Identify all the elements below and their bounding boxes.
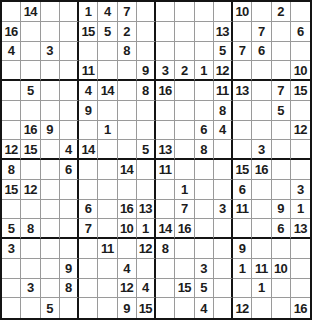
cell-r4c12: 12 (214, 61, 233, 81)
cell-r5c6: 14 (98, 81, 117, 101)
cell-r12c1: 5 (2, 219, 21, 239)
cell-r11c11[interactable] (195, 200, 214, 220)
cell-r16c11: 4 (195, 298, 214, 318)
cell-r5c8: 8 (137, 81, 156, 101)
cell-r14c16[interactable] (291, 259, 310, 279)
cell-r5c2: 5 (21, 81, 40, 101)
cell-r1c1[interactable] (2, 2, 21, 22)
cell-r12c16: 13 (291, 219, 310, 239)
cell-r12c15: 6 (272, 219, 291, 239)
cell-r4c5: 11 (79, 61, 98, 81)
cell-r5c7[interactable] (118, 81, 137, 101)
cell-r5c10[interactable] (175, 81, 194, 101)
cell-r10c3[interactable] (41, 180, 60, 200)
cell-r14c8[interactable] (137, 259, 156, 279)
cell-r14c5[interactable] (79, 259, 98, 279)
cell-r5c12: 11 (214, 81, 233, 101)
cell-r5c13: 13 (233, 81, 252, 101)
cell-r3c5[interactable] (79, 42, 98, 62)
cell-r16c2[interactable] (21, 298, 40, 318)
cell-r12c14[interactable] (252, 219, 271, 239)
cell-r3c11[interactable] (195, 42, 214, 62)
cell-r1c9[interactable] (156, 2, 175, 22)
cell-r15c3[interactable] (41, 279, 60, 299)
cell-r3c15[interactable] (272, 42, 291, 62)
cell-r3c12: 5 (214, 42, 233, 62)
cell-r4c9: 3 (156, 61, 175, 81)
cell-r1c10[interactable] (175, 2, 194, 22)
cell-r12c5: 7 (79, 219, 98, 239)
cell-r4c6[interactable] (98, 61, 117, 81)
cell-r6c13[interactable] (233, 101, 252, 121)
cell-r7c8[interactable] (137, 121, 156, 141)
cell-r13c1: 3 (2, 239, 21, 259)
cell-r13c8: 12 (137, 239, 156, 259)
cell-r5c9: 16 (156, 81, 175, 101)
cell-r2c14: 7 (252, 22, 271, 42)
cell-r9c11[interactable] (195, 160, 214, 180)
cell-r10c12[interactable] (214, 180, 233, 200)
cell-r6c2[interactable] (21, 101, 40, 121)
cell-r13c3[interactable] (41, 239, 60, 259)
cell-r11c1[interactable] (2, 200, 21, 220)
cell-r4c7[interactable] (118, 61, 137, 81)
cell-r14c15: 10 (272, 259, 291, 279)
cell-r1c11[interactable] (195, 2, 214, 22)
cell-r3c9[interactable] (156, 42, 175, 62)
cell-r16c9[interactable] (156, 298, 175, 318)
cell-r2c2[interactable] (21, 22, 40, 42)
cell-r7c1[interactable] (2, 121, 21, 141)
cell-r16c10[interactable] (175, 298, 194, 318)
cell-r14c7: 4 (118, 259, 137, 279)
cell-r9c2[interactable] (21, 160, 40, 180)
cell-r10c5[interactable] (79, 180, 98, 200)
cell-r1c13: 10 (233, 2, 252, 22)
cell-r2c8[interactable] (137, 22, 156, 42)
cell-r5c1[interactable] (2, 81, 21, 101)
cell-r6c8[interactable] (137, 101, 156, 121)
cell-r15c14: 1 (252, 279, 271, 299)
cell-r3c10[interactable] (175, 42, 194, 62)
cell-r16c8: 15 (137, 298, 156, 318)
cell-r3c7: 8 (118, 42, 137, 62)
cell-r13c6: 11 (98, 239, 117, 259)
cell-r7c7[interactable] (118, 121, 137, 141)
sudoku-board: 1414710216155213764385761193211210541481… (0, 0, 312, 320)
cell-r11c3[interactable] (41, 200, 60, 220)
cell-r15c7: 12 (118, 279, 137, 299)
cell-r3c14: 6 (252, 42, 271, 62)
cell-r11c4[interactable] (60, 200, 79, 220)
cell-r7c2: 16 (21, 121, 40, 141)
cell-r15c2: 3 (21, 279, 40, 299)
cell-r2c4[interactable] (60, 22, 79, 42)
cell-r3c6[interactable] (98, 42, 117, 62)
cell-r8c2: 15 (21, 140, 40, 160)
cell-r14c9[interactable] (156, 259, 175, 279)
cell-r1c3[interactable] (41, 2, 60, 22)
cell-r11c13: 11 (233, 200, 252, 220)
cell-r4c2[interactable] (21, 61, 40, 81)
cell-r15c11: 5 (195, 279, 214, 299)
cell-r8c5: 14 (79, 140, 98, 160)
cell-r4c10: 2 (175, 61, 194, 81)
cell-r16c1[interactable] (2, 298, 21, 318)
cell-r4c3[interactable] (41, 61, 60, 81)
cell-r15c8: 4 (137, 279, 156, 299)
cell-r11c9[interactable] (156, 200, 175, 220)
cell-r11c7: 16 (118, 200, 137, 220)
cell-r11c5: 6 (79, 200, 98, 220)
cell-r8c8: 5 (137, 140, 156, 160)
cell-r9c16[interactable] (291, 160, 310, 180)
cell-r12c3[interactable] (41, 219, 60, 239)
cell-r12c7: 10 (118, 219, 137, 239)
cell-r10c13: 6 (233, 180, 252, 200)
cell-r16c13: 12 (233, 298, 252, 318)
cell-r8c10[interactable] (175, 140, 194, 160)
cell-r15c4: 8 (60, 279, 79, 299)
cell-r1c16[interactable] (291, 2, 310, 22)
cell-r9c10[interactable] (175, 160, 194, 180)
cell-r2c11[interactable] (195, 22, 214, 42)
cell-r6c15: 5 (272, 101, 291, 121)
cell-r8c14: 3 (252, 140, 271, 160)
cell-r7c16: 12 (291, 121, 310, 141)
cell-r12c8: 1 (137, 219, 156, 239)
cell-r8c9: 13 (156, 140, 175, 160)
cell-r9c1: 8 (2, 160, 21, 180)
cell-r9c6[interactable] (98, 160, 117, 180)
cell-r8c16[interactable] (291, 140, 310, 160)
cell-r2c3[interactable] (41, 22, 60, 42)
cell-r14c14: 11 (252, 259, 271, 279)
cell-r2c15[interactable] (272, 22, 291, 42)
cell-r15c16[interactable] (291, 279, 310, 299)
cell-r14c10[interactable] (175, 259, 194, 279)
cell-r5c14[interactable] (252, 81, 271, 101)
cell-r1c12[interactable] (214, 2, 233, 22)
cell-r14c11: 3 (195, 259, 214, 279)
cell-r16c4[interactable] (60, 298, 79, 318)
cell-r3c1: 4 (2, 42, 21, 62)
cell-r11c8: 13 (137, 200, 156, 220)
cell-r2c16: 6 (291, 22, 310, 42)
cell-r15c13[interactable] (233, 279, 252, 299)
cell-r11c10: 7 (175, 200, 194, 220)
cell-r10c10: 1 (175, 180, 194, 200)
cell-r9c7: 14 (118, 160, 137, 180)
cell-r1c5: 1 (79, 2, 98, 22)
cell-r2c9[interactable] (156, 22, 175, 42)
cell-r7c9[interactable] (156, 121, 175, 141)
cell-r8c4: 4 (60, 140, 79, 160)
cell-r12c4[interactable] (60, 219, 79, 239)
cell-r15c12[interactable] (214, 279, 233, 299)
cell-r7c12: 4 (214, 121, 233, 141)
cell-r5c4[interactable] (60, 81, 79, 101)
cell-r14c3[interactable] (41, 259, 60, 279)
cell-r14c1[interactable] (2, 259, 21, 279)
cell-r5c16: 15 (291, 81, 310, 101)
cell-r15c15[interactable] (272, 279, 291, 299)
cell-r6c4[interactable] (60, 101, 79, 121)
cell-r16c3: 5 (41, 298, 60, 318)
cell-r14c4: 9 (60, 259, 79, 279)
cell-r6c7[interactable] (118, 101, 137, 121)
cell-r9c15[interactable] (272, 160, 291, 180)
cell-r4c1[interactable] (2, 61, 21, 81)
cell-r13c14[interactable] (252, 239, 271, 259)
cell-r16c16: 16 (291, 298, 310, 318)
cell-r12c6[interactable] (98, 219, 117, 239)
cell-r13c16[interactable] (291, 239, 310, 259)
cell-r1c2: 14 (21, 2, 40, 22)
cell-r7c3: 9 (41, 121, 60, 141)
cell-r1c8[interactable] (137, 2, 156, 22)
cell-r6c11[interactable] (195, 101, 214, 121)
cell-r7c11: 6 (195, 121, 214, 141)
cell-r15c10: 15 (175, 279, 194, 299)
cell-r6c3[interactable] (41, 101, 60, 121)
cell-r16c6[interactable] (98, 298, 117, 318)
cell-r10c6[interactable] (98, 180, 117, 200)
cell-r4c11: 1 (195, 61, 214, 81)
cell-r13c7[interactable] (118, 239, 137, 259)
cell-r13c4[interactable] (60, 239, 79, 259)
cell-r13c13: 9 (233, 239, 252, 259)
cell-r9c5[interactable] (79, 160, 98, 180)
cell-r11c14[interactable] (252, 200, 271, 220)
cell-r9c14: 16 (252, 160, 271, 180)
cell-r14c2[interactable] (21, 259, 40, 279)
cell-r13c15[interactable] (272, 239, 291, 259)
cell-r2c6: 5 (98, 22, 117, 42)
cell-r10c15[interactable] (272, 180, 291, 200)
cell-r7c14[interactable] (252, 121, 271, 141)
cell-r16c7: 9 (118, 298, 137, 318)
cell-r4c4[interactable] (60, 61, 79, 81)
cell-r2c12: 13 (214, 22, 233, 42)
cell-r15c1[interactable] (2, 279, 21, 299)
cell-r12c9: 14 (156, 219, 175, 239)
cell-r3c3: 3 (41, 42, 60, 62)
cell-r5c5: 4 (79, 81, 98, 101)
cell-r13c10[interactable] (175, 239, 194, 259)
cell-r11c2[interactable] (21, 200, 40, 220)
cell-r11c16: 1 (291, 200, 310, 220)
cell-r3c4[interactable] (60, 42, 79, 62)
cell-r1c7: 7 (118, 2, 137, 22)
cell-r7c10[interactable] (175, 121, 194, 141)
cell-r10c8[interactable] (137, 180, 156, 200)
cell-r3c13: 7 (233, 42, 252, 62)
cell-r2c5: 15 (79, 22, 98, 42)
cell-r16c5[interactable] (79, 298, 98, 318)
cell-r11c15: 9 (272, 200, 291, 220)
cell-r6c6[interactable] (98, 101, 117, 121)
cell-r12c13[interactable] (233, 219, 252, 239)
cell-r10c1: 15 (2, 180, 21, 200)
cell-r7c15[interactable] (272, 121, 291, 141)
cell-r9c4: 6 (60, 160, 79, 180)
cell-r8c7[interactable] (118, 140, 137, 160)
cell-r14c6[interactable] (98, 259, 117, 279)
cell-r5c15: 7 (272, 81, 291, 101)
cell-r15c5[interactable] (79, 279, 98, 299)
cell-r10c7[interactable] (118, 180, 137, 200)
cell-r10c14[interactable] (252, 180, 271, 200)
cell-r9c13: 15 (233, 160, 252, 180)
cell-r16c15[interactable] (272, 298, 291, 318)
cell-r10c11[interactable] (195, 180, 214, 200)
cell-r6c14[interactable] (252, 101, 271, 121)
cell-r6c16[interactable] (291, 101, 310, 121)
cell-r2c7: 2 (118, 22, 137, 42)
cell-r13c9: 8 (156, 239, 175, 259)
cell-r4c14[interactable] (252, 61, 271, 81)
cell-r3c2[interactable] (21, 42, 40, 62)
cell-r6c9[interactable] (156, 101, 175, 121)
cell-r2c1: 16 (2, 22, 21, 42)
cell-r1c15: 2 (272, 2, 291, 22)
cell-r6c12: 8 (214, 101, 233, 121)
cell-r14c12[interactable] (214, 259, 233, 279)
cell-r11c6[interactable] (98, 200, 117, 220)
cell-r12c11[interactable] (195, 219, 214, 239)
cell-r8c6[interactable] (98, 140, 117, 160)
cell-r8c15[interactable] (272, 140, 291, 160)
cell-r2c13[interactable] (233, 22, 252, 42)
cell-r15c9[interactable] (156, 279, 175, 299)
cell-r14c13: 1 (233, 259, 252, 279)
cell-r13c5[interactable] (79, 239, 98, 259)
cell-r9c8[interactable] (137, 160, 156, 180)
cell-r13c11[interactable] (195, 239, 214, 259)
cell-r8c1: 12 (2, 140, 21, 160)
cell-r10c2: 12 (21, 180, 40, 200)
cell-r4c8: 9 (137, 61, 156, 81)
cell-r1c4[interactable] (60, 2, 79, 22)
cell-r8c12[interactable] (214, 140, 233, 160)
cell-r10c16: 3 (291, 180, 310, 200)
cell-r6c5: 9 (79, 101, 98, 121)
cell-r1c14[interactable] (252, 2, 271, 22)
cell-r5c3[interactable] (41, 81, 60, 101)
cell-r10c9[interactable] (156, 180, 175, 200)
cell-r4c15[interactable] (272, 61, 291, 81)
cell-r13c2[interactable] (21, 239, 40, 259)
cell-r7c4[interactable] (60, 121, 79, 141)
cell-r7c5[interactable] (79, 121, 98, 141)
cell-r12c10: 16 (175, 219, 194, 239)
cell-r6c1[interactable] (2, 101, 21, 121)
cell-r16c14[interactable] (252, 298, 271, 318)
cell-r11c12: 3 (214, 200, 233, 220)
cell-r13c12[interactable] (214, 239, 233, 259)
cell-r5c11[interactable] (195, 81, 214, 101)
cell-r7c13[interactable] (233, 121, 252, 141)
cell-r9c12[interactable] (214, 160, 233, 180)
cell-r4c13[interactable] (233, 61, 252, 81)
cell-r6c10[interactable] (175, 101, 194, 121)
cell-r10c4[interactable] (60, 180, 79, 200)
cell-r4c16: 10 (291, 61, 310, 81)
cell-r3c16[interactable] (291, 42, 310, 62)
cell-r15c6[interactable] (98, 279, 117, 299)
cell-r9c9: 11 (156, 160, 175, 180)
cell-r3c8[interactable] (137, 42, 156, 62)
cell-r8c11: 8 (195, 140, 214, 160)
cell-r8c3[interactable] (41, 140, 60, 160)
cell-r12c12[interactable] (214, 219, 233, 239)
cell-r9c3[interactable] (41, 160, 60, 180)
cell-r1c6: 4 (98, 2, 117, 22)
cell-r16c12[interactable] (214, 298, 233, 318)
cell-r12c2: 8 (21, 219, 40, 239)
cell-r2c10[interactable] (175, 22, 194, 42)
cell-r7c6: 1 (98, 121, 117, 141)
cell-r8c13[interactable] (233, 140, 252, 160)
